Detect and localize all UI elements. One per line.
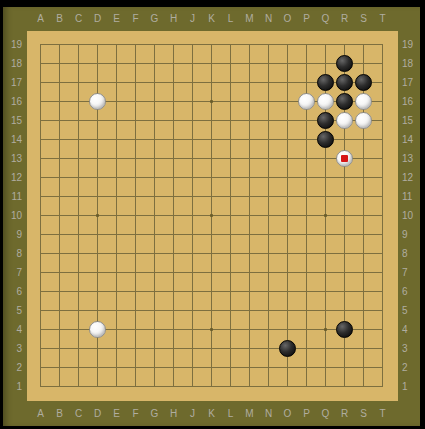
intersection-Q1[interactable] bbox=[316, 377, 335, 396]
intersection-A13[interactable] bbox=[31, 149, 50, 168]
intersection-C7[interactable] bbox=[69, 263, 88, 282]
intersection-R15[interactable] bbox=[335, 111, 354, 130]
intersection-L11[interactable] bbox=[221, 187, 240, 206]
intersection-D15[interactable] bbox=[88, 111, 107, 130]
intersection-J19[interactable] bbox=[183, 35, 202, 54]
intersection-F9[interactable] bbox=[126, 225, 145, 244]
intersection-F12[interactable] bbox=[126, 168, 145, 187]
intersection-B13[interactable] bbox=[50, 149, 69, 168]
intersection-D18[interactable] bbox=[88, 54, 107, 73]
intersection-G17[interactable] bbox=[145, 73, 164, 92]
intersection-A18[interactable] bbox=[31, 54, 50, 73]
intersection-S18[interactable] bbox=[354, 54, 373, 73]
intersection-R9[interactable] bbox=[335, 225, 354, 244]
intersection-Q15[interactable] bbox=[316, 111, 335, 130]
intersection-G10[interactable] bbox=[145, 206, 164, 225]
intersection-T9[interactable] bbox=[373, 225, 392, 244]
intersection-K11[interactable] bbox=[202, 187, 221, 206]
intersection-N7[interactable] bbox=[259, 263, 278, 282]
intersection-Q17[interactable] bbox=[316, 73, 335, 92]
intersection-M5[interactable] bbox=[240, 301, 259, 320]
intersection-H3[interactable] bbox=[164, 339, 183, 358]
intersection-B5[interactable] bbox=[50, 301, 69, 320]
intersection-H12[interactable] bbox=[164, 168, 183, 187]
intersection-O6[interactable] bbox=[278, 282, 297, 301]
intersection-K5[interactable] bbox=[202, 301, 221, 320]
intersection-G3[interactable] bbox=[145, 339, 164, 358]
intersection-J13[interactable] bbox=[183, 149, 202, 168]
intersection-Q16[interactable] bbox=[316, 92, 335, 111]
intersection-N2[interactable] bbox=[259, 358, 278, 377]
intersection-P14[interactable] bbox=[297, 130, 316, 149]
intersection-H8[interactable] bbox=[164, 244, 183, 263]
intersection-C9[interactable] bbox=[69, 225, 88, 244]
intersection-N19[interactable] bbox=[259, 35, 278, 54]
intersection-T3[interactable] bbox=[373, 339, 392, 358]
intersection-A7[interactable] bbox=[31, 263, 50, 282]
intersection-M10[interactable] bbox=[240, 206, 259, 225]
intersection-M17[interactable] bbox=[240, 73, 259, 92]
intersection-H11[interactable] bbox=[164, 187, 183, 206]
intersection-T10[interactable] bbox=[373, 206, 392, 225]
intersection-P10[interactable] bbox=[297, 206, 316, 225]
intersection-O19[interactable] bbox=[278, 35, 297, 54]
intersection-P15[interactable] bbox=[297, 111, 316, 130]
intersection-A12[interactable] bbox=[31, 168, 50, 187]
intersection-C4[interactable] bbox=[69, 320, 88, 339]
intersection-G15[interactable] bbox=[145, 111, 164, 130]
intersection-K17[interactable] bbox=[202, 73, 221, 92]
intersection-M7[interactable] bbox=[240, 263, 259, 282]
intersection-Q7[interactable] bbox=[316, 263, 335, 282]
intersection-B17[interactable] bbox=[50, 73, 69, 92]
intersection-G14[interactable] bbox=[145, 130, 164, 149]
intersection-J14[interactable] bbox=[183, 130, 202, 149]
intersection-Q6[interactable] bbox=[316, 282, 335, 301]
intersection-J11[interactable] bbox=[183, 187, 202, 206]
intersection-E15[interactable] bbox=[107, 111, 126, 130]
intersection-G19[interactable] bbox=[145, 35, 164, 54]
intersection-R4[interactable] bbox=[335, 320, 354, 339]
intersection-N3[interactable] bbox=[259, 339, 278, 358]
intersection-J15[interactable] bbox=[183, 111, 202, 130]
intersection-H13[interactable] bbox=[164, 149, 183, 168]
intersection-H19[interactable] bbox=[164, 35, 183, 54]
intersection-O3[interactable] bbox=[278, 339, 297, 358]
intersection-G18[interactable] bbox=[145, 54, 164, 73]
intersection-R1[interactable] bbox=[335, 377, 354, 396]
intersection-J3[interactable] bbox=[183, 339, 202, 358]
intersection-A8[interactable] bbox=[31, 244, 50, 263]
intersection-H16[interactable] bbox=[164, 92, 183, 111]
intersection-J18[interactable] bbox=[183, 54, 202, 73]
intersection-A17[interactable] bbox=[31, 73, 50, 92]
intersection-M4[interactable] bbox=[240, 320, 259, 339]
intersection-K14[interactable] bbox=[202, 130, 221, 149]
intersection-T4[interactable] bbox=[373, 320, 392, 339]
intersection-F16[interactable] bbox=[126, 92, 145, 111]
intersection-K19[interactable] bbox=[202, 35, 221, 54]
intersection-O4[interactable] bbox=[278, 320, 297, 339]
intersection-T19[interactable] bbox=[373, 35, 392, 54]
intersection-M11[interactable] bbox=[240, 187, 259, 206]
intersection-L17[interactable] bbox=[221, 73, 240, 92]
intersection-Q18[interactable] bbox=[316, 54, 335, 73]
intersection-O8[interactable] bbox=[278, 244, 297, 263]
intersection-C13[interactable] bbox=[69, 149, 88, 168]
intersection-F5[interactable] bbox=[126, 301, 145, 320]
intersection-L15[interactable] bbox=[221, 111, 240, 130]
intersection-D5[interactable] bbox=[88, 301, 107, 320]
intersection-O15[interactable] bbox=[278, 111, 297, 130]
intersection-F14[interactable] bbox=[126, 130, 145, 149]
intersection-H5[interactable] bbox=[164, 301, 183, 320]
intersection-D11[interactable] bbox=[88, 187, 107, 206]
intersection-A10[interactable] bbox=[31, 206, 50, 225]
intersection-O12[interactable] bbox=[278, 168, 297, 187]
intersection-S14[interactable] bbox=[354, 130, 373, 149]
intersection-K8[interactable] bbox=[202, 244, 221, 263]
intersection-N13[interactable] bbox=[259, 149, 278, 168]
intersection-R8[interactable] bbox=[335, 244, 354, 263]
intersection-F17[interactable] bbox=[126, 73, 145, 92]
intersection-F13[interactable] bbox=[126, 149, 145, 168]
intersection-Q8[interactable] bbox=[316, 244, 335, 263]
intersection-S12[interactable] bbox=[354, 168, 373, 187]
intersection-N9[interactable] bbox=[259, 225, 278, 244]
intersection-T16[interactable] bbox=[373, 92, 392, 111]
intersection-S15[interactable] bbox=[354, 111, 373, 130]
intersection-G13[interactable] bbox=[145, 149, 164, 168]
intersection-M12[interactable] bbox=[240, 168, 259, 187]
intersection-F18[interactable] bbox=[126, 54, 145, 73]
intersection-N18[interactable] bbox=[259, 54, 278, 73]
intersection-C1[interactable] bbox=[69, 377, 88, 396]
intersection-M2[interactable] bbox=[240, 358, 259, 377]
intersection-A5[interactable] bbox=[31, 301, 50, 320]
intersection-C18[interactable] bbox=[69, 54, 88, 73]
intersection-D2[interactable] bbox=[88, 358, 107, 377]
intersection-B4[interactable] bbox=[50, 320, 69, 339]
intersection-O13[interactable] bbox=[278, 149, 297, 168]
intersection-M19[interactable] bbox=[240, 35, 259, 54]
intersection-C5[interactable] bbox=[69, 301, 88, 320]
intersection-S10[interactable] bbox=[354, 206, 373, 225]
intersection-M3[interactable] bbox=[240, 339, 259, 358]
intersection-F7[interactable] bbox=[126, 263, 145, 282]
intersection-B11[interactable] bbox=[50, 187, 69, 206]
intersection-J8[interactable] bbox=[183, 244, 202, 263]
intersection-D13[interactable] bbox=[88, 149, 107, 168]
intersection-O2[interactable] bbox=[278, 358, 297, 377]
intersection-H4[interactable] bbox=[164, 320, 183, 339]
intersection-B18[interactable] bbox=[50, 54, 69, 73]
intersection-J10[interactable] bbox=[183, 206, 202, 225]
intersection-J5[interactable] bbox=[183, 301, 202, 320]
intersection-P3[interactable] bbox=[297, 339, 316, 358]
intersection-C6[interactable] bbox=[69, 282, 88, 301]
intersection-H6[interactable] bbox=[164, 282, 183, 301]
intersection-G8[interactable] bbox=[145, 244, 164, 263]
intersection-S9[interactable] bbox=[354, 225, 373, 244]
intersection-L4[interactable] bbox=[221, 320, 240, 339]
intersection-Q2[interactable] bbox=[316, 358, 335, 377]
intersection-M15[interactable] bbox=[240, 111, 259, 130]
intersection-K1[interactable] bbox=[202, 377, 221, 396]
intersection-J2[interactable] bbox=[183, 358, 202, 377]
intersection-N1[interactable] bbox=[259, 377, 278, 396]
intersection-E19[interactable] bbox=[107, 35, 126, 54]
intersection-P11[interactable] bbox=[297, 187, 316, 206]
intersection-G7[interactable] bbox=[145, 263, 164, 282]
intersection-F3[interactable] bbox=[126, 339, 145, 358]
intersection-T1[interactable] bbox=[373, 377, 392, 396]
intersection-E3[interactable] bbox=[107, 339, 126, 358]
intersection-T12[interactable] bbox=[373, 168, 392, 187]
intersection-T8[interactable] bbox=[373, 244, 392, 263]
intersection-L6[interactable] bbox=[221, 282, 240, 301]
intersection-K15[interactable] bbox=[202, 111, 221, 130]
intersection-C3[interactable] bbox=[69, 339, 88, 358]
intersection-C17[interactable] bbox=[69, 73, 88, 92]
intersection-S2[interactable] bbox=[354, 358, 373, 377]
intersection-B19[interactable] bbox=[50, 35, 69, 54]
intersection-K9[interactable] bbox=[202, 225, 221, 244]
intersection-K6[interactable] bbox=[202, 282, 221, 301]
intersection-B8[interactable] bbox=[50, 244, 69, 263]
intersection-R19[interactable] bbox=[335, 35, 354, 54]
intersection-M9[interactable] bbox=[240, 225, 259, 244]
intersection-C10[interactable] bbox=[69, 206, 88, 225]
intersection-S17[interactable] bbox=[354, 73, 373, 92]
intersection-J17[interactable] bbox=[183, 73, 202, 92]
intersection-C15[interactable] bbox=[69, 111, 88, 130]
intersection-S6[interactable] bbox=[354, 282, 373, 301]
intersection-D19[interactable] bbox=[88, 35, 107, 54]
intersection-Q3[interactable] bbox=[316, 339, 335, 358]
intersection-J4[interactable] bbox=[183, 320, 202, 339]
intersection-E8[interactable] bbox=[107, 244, 126, 263]
intersection-L14[interactable] bbox=[221, 130, 240, 149]
intersection-F19[interactable] bbox=[126, 35, 145, 54]
intersection-G6[interactable] bbox=[145, 282, 164, 301]
intersection-R17[interactable] bbox=[335, 73, 354, 92]
intersection-P2[interactable] bbox=[297, 358, 316, 377]
intersection-N12[interactable] bbox=[259, 168, 278, 187]
intersection-E2[interactable] bbox=[107, 358, 126, 377]
intersection-O17[interactable] bbox=[278, 73, 297, 92]
intersection-B9[interactable] bbox=[50, 225, 69, 244]
intersection-T6[interactable] bbox=[373, 282, 392, 301]
intersection-N14[interactable] bbox=[259, 130, 278, 149]
intersection-O10[interactable] bbox=[278, 206, 297, 225]
intersection-B2[interactable] bbox=[50, 358, 69, 377]
intersection-S8[interactable] bbox=[354, 244, 373, 263]
intersection-K2[interactable] bbox=[202, 358, 221, 377]
intersection-S5[interactable] bbox=[354, 301, 373, 320]
intersection-R5[interactable] bbox=[335, 301, 354, 320]
intersection-D16[interactable] bbox=[88, 92, 107, 111]
intersection-L8[interactable] bbox=[221, 244, 240, 263]
intersection-C2[interactable] bbox=[69, 358, 88, 377]
intersection-A2[interactable] bbox=[31, 358, 50, 377]
intersection-S3[interactable] bbox=[354, 339, 373, 358]
intersection-G5[interactable] bbox=[145, 301, 164, 320]
intersection-N11[interactable] bbox=[259, 187, 278, 206]
intersection-B1[interactable] bbox=[50, 377, 69, 396]
intersection-N16[interactable] bbox=[259, 92, 278, 111]
intersection-A14[interactable] bbox=[31, 130, 50, 149]
intersection-P1[interactable] bbox=[297, 377, 316, 396]
intersection-A19[interactable] bbox=[31, 35, 50, 54]
intersection-K4[interactable] bbox=[202, 320, 221, 339]
intersection-G16[interactable] bbox=[145, 92, 164, 111]
intersection-O7[interactable] bbox=[278, 263, 297, 282]
intersection-F2[interactable] bbox=[126, 358, 145, 377]
intersection-E12[interactable] bbox=[107, 168, 126, 187]
intersection-L19[interactable] bbox=[221, 35, 240, 54]
intersection-L2[interactable] bbox=[221, 358, 240, 377]
intersection-E16[interactable] bbox=[107, 92, 126, 111]
intersection-H1[interactable] bbox=[164, 377, 183, 396]
intersection-F1[interactable] bbox=[126, 377, 145, 396]
intersection-P6[interactable] bbox=[297, 282, 316, 301]
intersection-D7[interactable] bbox=[88, 263, 107, 282]
intersection-C8[interactable] bbox=[69, 244, 88, 263]
intersection-S1[interactable] bbox=[354, 377, 373, 396]
intersection-H14[interactable] bbox=[164, 130, 183, 149]
intersection-K10[interactable] bbox=[202, 206, 221, 225]
intersection-A11[interactable] bbox=[31, 187, 50, 206]
intersection-O1[interactable] bbox=[278, 377, 297, 396]
intersection-R2[interactable] bbox=[335, 358, 354, 377]
intersection-K13[interactable] bbox=[202, 149, 221, 168]
intersection-B16[interactable] bbox=[50, 92, 69, 111]
intersection-N6[interactable] bbox=[259, 282, 278, 301]
intersection-E18[interactable] bbox=[107, 54, 126, 73]
intersection-N17[interactable] bbox=[259, 73, 278, 92]
intersection-C16[interactable] bbox=[69, 92, 88, 111]
intersection-R7[interactable] bbox=[335, 263, 354, 282]
intersection-G12[interactable] bbox=[145, 168, 164, 187]
intersection-J12[interactable] bbox=[183, 168, 202, 187]
intersection-M16[interactable] bbox=[240, 92, 259, 111]
intersection-L13[interactable] bbox=[221, 149, 240, 168]
intersection-R16[interactable] bbox=[335, 92, 354, 111]
intersection-Q4[interactable] bbox=[316, 320, 335, 339]
intersection-R14[interactable] bbox=[335, 130, 354, 149]
intersection-C11[interactable] bbox=[69, 187, 88, 206]
intersection-Q13[interactable] bbox=[316, 149, 335, 168]
intersection-F11[interactable] bbox=[126, 187, 145, 206]
intersection-O11[interactable] bbox=[278, 187, 297, 206]
intersection-O14[interactable] bbox=[278, 130, 297, 149]
intersection-B12[interactable] bbox=[50, 168, 69, 187]
intersection-L7[interactable] bbox=[221, 263, 240, 282]
intersection-R11[interactable] bbox=[335, 187, 354, 206]
intersection-L3[interactable] bbox=[221, 339, 240, 358]
intersection-P4[interactable] bbox=[297, 320, 316, 339]
intersection-R13[interactable] bbox=[335, 149, 354, 168]
intersection-T5[interactable] bbox=[373, 301, 392, 320]
intersection-T17[interactable] bbox=[373, 73, 392, 92]
intersection-F15[interactable] bbox=[126, 111, 145, 130]
intersection-K12[interactable] bbox=[202, 168, 221, 187]
intersection-A6[interactable] bbox=[31, 282, 50, 301]
intersection-D12[interactable] bbox=[88, 168, 107, 187]
intersection-A4[interactable] bbox=[31, 320, 50, 339]
intersection-S13[interactable] bbox=[354, 149, 373, 168]
intersection-H10[interactable] bbox=[164, 206, 183, 225]
intersection-Q19[interactable] bbox=[316, 35, 335, 54]
intersection-C12[interactable] bbox=[69, 168, 88, 187]
intersection-G11[interactable] bbox=[145, 187, 164, 206]
intersection-A15[interactable] bbox=[31, 111, 50, 130]
intersection-M8[interactable] bbox=[240, 244, 259, 263]
intersection-Q12[interactable] bbox=[316, 168, 335, 187]
intersection-M14[interactable] bbox=[240, 130, 259, 149]
intersection-H18[interactable] bbox=[164, 54, 183, 73]
intersection-A1[interactable] bbox=[31, 377, 50, 396]
intersection-L16[interactable] bbox=[221, 92, 240, 111]
intersection-A16[interactable] bbox=[31, 92, 50, 111]
intersection-D6[interactable] bbox=[88, 282, 107, 301]
intersection-E14[interactable] bbox=[107, 130, 126, 149]
intersection-R10[interactable] bbox=[335, 206, 354, 225]
intersection-K16[interactable] bbox=[202, 92, 221, 111]
intersection-D4[interactable] bbox=[88, 320, 107, 339]
intersection-R3[interactable] bbox=[335, 339, 354, 358]
intersection-S11[interactable] bbox=[354, 187, 373, 206]
intersection-G1[interactable] bbox=[145, 377, 164, 396]
intersection-J16[interactable] bbox=[183, 92, 202, 111]
intersection-P17[interactable] bbox=[297, 73, 316, 92]
intersection-N4[interactable] bbox=[259, 320, 278, 339]
intersection-O16[interactable] bbox=[278, 92, 297, 111]
intersection-B14[interactable] bbox=[50, 130, 69, 149]
intersection-B10[interactable] bbox=[50, 206, 69, 225]
intersection-D1[interactable] bbox=[88, 377, 107, 396]
intersection-N5[interactable] bbox=[259, 301, 278, 320]
intersection-H15[interactable] bbox=[164, 111, 183, 130]
intersection-D14[interactable] bbox=[88, 130, 107, 149]
intersection-J9[interactable] bbox=[183, 225, 202, 244]
intersection-T15[interactable] bbox=[373, 111, 392, 130]
intersection-A3[interactable] bbox=[31, 339, 50, 358]
intersection-T7[interactable] bbox=[373, 263, 392, 282]
intersection-E10[interactable] bbox=[107, 206, 126, 225]
intersection-H7[interactable] bbox=[164, 263, 183, 282]
intersection-R6[interactable] bbox=[335, 282, 354, 301]
intersection-G4[interactable] bbox=[145, 320, 164, 339]
intersection-N10[interactable] bbox=[259, 206, 278, 225]
intersection-G2[interactable] bbox=[145, 358, 164, 377]
intersection-O5[interactable] bbox=[278, 301, 297, 320]
intersection-R12[interactable] bbox=[335, 168, 354, 187]
intersection-M6[interactable] bbox=[240, 282, 259, 301]
intersection-F6[interactable] bbox=[126, 282, 145, 301]
intersection-N8[interactable] bbox=[259, 244, 278, 263]
intersection-S7[interactable] bbox=[354, 263, 373, 282]
intersection-O18[interactable] bbox=[278, 54, 297, 73]
intersection-K18[interactable] bbox=[202, 54, 221, 73]
intersection-G9[interactable] bbox=[145, 225, 164, 244]
intersection-A9[interactable] bbox=[31, 225, 50, 244]
intersection-O9[interactable] bbox=[278, 225, 297, 244]
intersection-B15[interactable] bbox=[50, 111, 69, 130]
intersection-F4[interactable] bbox=[126, 320, 145, 339]
intersection-Q5[interactable] bbox=[316, 301, 335, 320]
